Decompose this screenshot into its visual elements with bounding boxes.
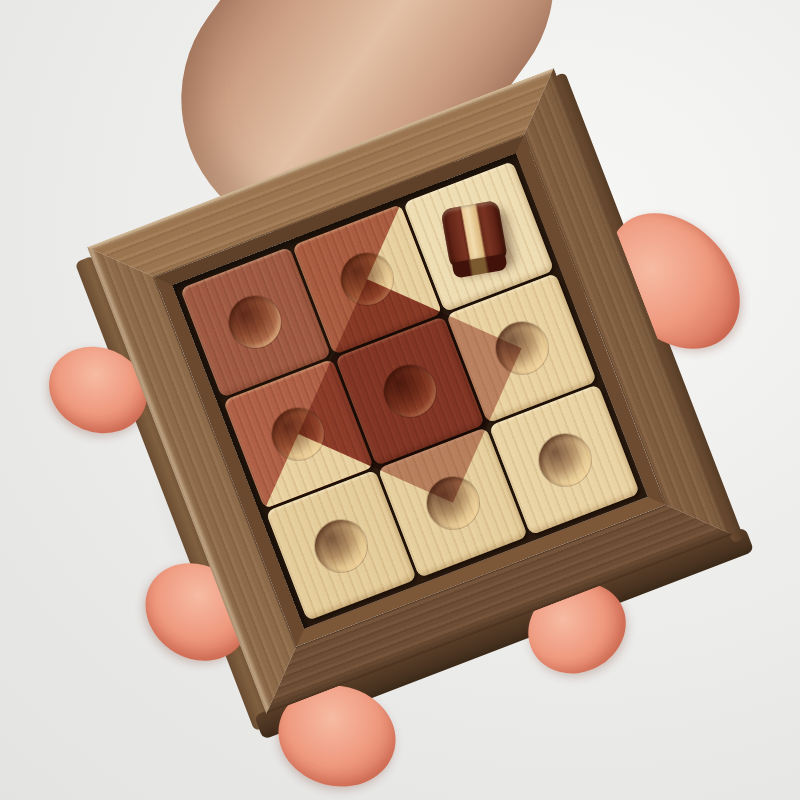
scene [0, 0, 800, 800]
dimple [419, 469, 486, 536]
dimple [488, 315, 555, 382]
dimple [308, 512, 375, 579]
striped-cube-piece[interactable] [440, 200, 508, 269]
dimple [376, 357, 443, 424]
dimple [222, 289, 289, 356]
striped-cube-front-face [452, 254, 508, 279]
dimple [531, 426, 598, 493]
